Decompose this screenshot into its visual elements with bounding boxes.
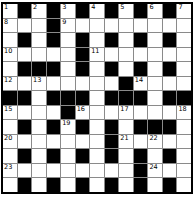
cell-r9c3[interactable] [32, 120, 46, 134]
cell-r12c3[interactable] [32, 164, 46, 178]
block-cell-r13c12 [163, 178, 177, 192]
cell-r10c10[interactable] [134, 135, 148, 149]
block-cell-r8c5 [61, 106, 75, 120]
cell-r2c5[interactable]: 9 [61, 19, 75, 33]
block-cell-r7c12 [163, 91, 177, 105]
cell-r2c11[interactable] [148, 19, 162, 33]
cell-r12c13[interactable] [177, 164, 191, 178]
cell-r7c11[interactable] [148, 91, 162, 105]
cell-r11c3[interactable] [32, 149, 46, 163]
clue-number-11: 11 [91, 48, 99, 55]
block-cell-r11c10 [134, 149, 148, 163]
block-cell-r2c4 [47, 19, 61, 33]
cell-r12c2[interactable] [18, 164, 32, 178]
cell-r3c7[interactable] [90, 33, 104, 47]
block-cell-r11c2 [18, 149, 32, 163]
cell-r12c5[interactable] [61, 164, 75, 178]
clue-number-21: 21 [120, 135, 128, 142]
block-cell-r11c4 [47, 149, 61, 163]
cell-r2c7[interactable] [90, 19, 104, 33]
block-cell-r13c8 [105, 178, 119, 192]
block-cell-r7c13 [177, 91, 191, 105]
cell-r8c10[interactable] [134, 106, 148, 120]
cell-r6c1[interactable]: 12 [3, 77, 17, 91]
clue-number-17: 17 [120, 106, 128, 113]
cell-r12c9[interactable] [119, 164, 133, 178]
cell-r12c11[interactable]: 24 [148, 164, 162, 178]
block-cell-r9c10 [134, 120, 148, 134]
cell-r2c3[interactable] [32, 19, 46, 33]
cell-r3c5[interactable] [61, 33, 75, 47]
block-cell-r3c10 [134, 33, 148, 47]
cell-r11c1[interactable] [3, 149, 17, 163]
cell-r1c7[interactable]: 4 [90, 4, 104, 18]
clue-number-7: 7 [178, 4, 182, 11]
crossword-board: 123456789101112131415161718192021222324 [1, 2, 193, 194]
cell-r2c1[interactable]: 8 [3, 19, 17, 33]
cell-r9c9[interactable] [119, 120, 133, 134]
block-cell-r9c11 [148, 120, 162, 134]
cell-r5c1[interactable] [3, 62, 17, 76]
cell-r11c11[interactable] [148, 149, 162, 163]
cell-r7c3[interactable] [32, 91, 46, 105]
cell-r2c12[interactable] [163, 19, 177, 33]
block-cell-r9c2 [18, 120, 32, 134]
block-cell-r7c6 [76, 91, 90, 105]
cell-r11c13[interactable] [177, 149, 191, 163]
cell-r6c6[interactable] [76, 77, 90, 91]
cell-r9c1[interactable] [3, 120, 17, 134]
block-cell-r6c9 [119, 77, 133, 91]
cell-r12c4[interactable] [47, 164, 61, 178]
block-cell-r1c4 [47, 4, 61, 18]
cell-r4c4[interactable] [47, 48, 61, 62]
cell-r1c1[interactable]: 1 [3, 4, 17, 18]
block-cell-r3c2 [18, 33, 32, 47]
clue-number-19: 19 [62, 120, 70, 127]
cell-r10c6[interactable] [76, 135, 90, 149]
block-cell-r9c12 [163, 120, 177, 134]
cell-r4c12[interactable] [163, 48, 177, 62]
cell-r13c1[interactable] [3, 178, 17, 192]
cell-r8c7[interactable] [90, 106, 104, 120]
cell-r11c7[interactable] [90, 149, 104, 163]
block-cell-r9c4 [47, 120, 61, 134]
cell-r10c9[interactable]: 21 [119, 135, 133, 149]
block-cell-r7c4 [47, 91, 61, 105]
cell-r8c2[interactable] [18, 106, 32, 120]
clue-number-9: 9 [62, 19, 66, 26]
block-cell-r3c6 [76, 33, 90, 47]
cell-r2c6[interactable] [76, 19, 90, 33]
clue-number-13: 13 [33, 77, 41, 84]
cell-r6c4[interactable] [47, 77, 61, 91]
cell-r8c9[interactable]: 17 [119, 106, 133, 120]
cell-r8c4[interactable] [47, 106, 61, 120]
cell-r8c12[interactable] [163, 106, 177, 120]
cell-r10c3[interactable] [32, 135, 46, 149]
clue-number-2: 2 [33, 4, 37, 11]
cell-r11c5[interactable] [61, 149, 75, 163]
clue-number-14: 14 [135, 77, 143, 84]
block-cell-r7c9 [119, 91, 133, 105]
cell-r6c11[interactable] [148, 77, 162, 91]
block-cell-r5c6 [76, 62, 90, 76]
clue-number-16: 16 [77, 106, 85, 113]
cell-r8c8[interactable] [105, 106, 119, 120]
clue-number-15: 15 [4, 106, 12, 113]
cell-r10c12[interactable] [163, 135, 177, 149]
cell-r8c3[interactable] [32, 106, 46, 120]
cell-r10c13[interactable] [177, 135, 191, 149]
cell-r9c7[interactable] [90, 120, 104, 134]
block-cell-r12c10 [134, 164, 148, 178]
cell-r13c3[interactable] [32, 178, 46, 192]
cell-r13c9[interactable] [119, 178, 133, 192]
cell-r10c5[interactable] [61, 135, 75, 149]
cell-r4c9[interactable] [119, 48, 133, 62]
block-cell-r5c4 [47, 62, 61, 76]
cell-r7c7[interactable] [90, 91, 104, 105]
cell-r13c5[interactable] [61, 178, 75, 192]
cell-r2c13[interactable] [177, 19, 191, 33]
block-cell-r1c6 [76, 4, 90, 18]
cell-r13c13[interactable] [177, 178, 191, 192]
cell-r12c6[interactable] [76, 164, 90, 178]
cell-r11c9[interactable] [119, 149, 133, 163]
cell-r10c1[interactable]: 20 [3, 135, 17, 149]
cell-r1c13[interactable]: 7 [177, 4, 191, 18]
cell-r6c3[interactable]: 13 [32, 77, 46, 91]
cell-r13c11[interactable] [148, 178, 162, 192]
cell-r1c9[interactable]: 5 [119, 4, 133, 18]
block-cell-r7c2 [18, 91, 32, 105]
block-cell-r7c10 [134, 91, 148, 105]
block-cell-r7c8 [105, 91, 119, 105]
cell-r1c3[interactable]: 2 [32, 4, 46, 18]
block-cell-r13c10 [134, 178, 148, 192]
cell-r10c2[interactable] [18, 135, 32, 149]
cell-r12c7[interactable] [90, 164, 104, 178]
cell-r3c11[interactable] [148, 33, 162, 47]
clue-number-12: 12 [4, 77, 12, 84]
cell-r12c8[interactable] [105, 164, 119, 178]
block-cell-r9c6 [76, 120, 90, 134]
clue-number-4: 4 [91, 4, 95, 11]
cell-r6c12[interactable] [163, 77, 177, 91]
block-cell-r1c8 [105, 4, 119, 18]
cell-r4c3[interactable] [32, 48, 46, 62]
cell-r5c11[interactable] [148, 62, 162, 76]
cell-r1c11[interactable]: 6 [148, 4, 162, 18]
cell-r3c3[interactable] [32, 33, 46, 47]
block-cell-r10c8 [105, 135, 119, 149]
cell-r4c5[interactable] [61, 48, 75, 62]
cell-r2c10[interactable] [134, 19, 148, 33]
cell-r1c5[interactable]: 3 [61, 4, 75, 18]
block-cell-r11c8 [105, 149, 119, 163]
clue-number-10: 10 [4, 48, 12, 55]
cell-r10c11[interactable]: 22 [148, 135, 162, 149]
cell-r6c10[interactable]: 14 [134, 77, 148, 91]
cell-r5c7[interactable] [90, 62, 104, 76]
clue-number-23: 23 [4, 164, 12, 171]
cell-r13c7[interactable] [90, 178, 104, 192]
block-cell-r3c8 [105, 33, 119, 47]
block-cell-r3c4 [47, 33, 61, 47]
cell-r4c10[interactable] [134, 48, 148, 62]
cell-r5c9[interactable] [119, 62, 133, 76]
cell-r5c13[interactable] [177, 62, 191, 76]
cell-r4c13[interactable] [177, 48, 191, 62]
clue-number-6: 6 [149, 4, 153, 11]
block-cell-r1c10 [134, 4, 148, 18]
block-cell-r13c4 [47, 178, 61, 192]
block-cell-r5c2 [18, 62, 32, 76]
cell-r4c11[interactable] [148, 48, 162, 62]
cell-r8c6[interactable]: 16 [76, 106, 90, 120]
block-cell-r13c2 [18, 178, 32, 192]
cell-r12c12[interactable] [163, 164, 177, 178]
block-cell-r7c5 [61, 91, 75, 105]
cell-r2c2[interactable] [18, 19, 32, 33]
block-cell-r11c6 [76, 149, 90, 163]
block-cell-r5c10 [134, 62, 148, 76]
clue-number-8: 8 [4, 19, 8, 26]
block-cell-r13c6 [76, 178, 90, 192]
cell-r3c13[interactable] [177, 33, 191, 47]
cell-r2c8[interactable] [105, 19, 119, 33]
cell-r2c9[interactable] [119, 19, 133, 33]
clue-number-22: 22 [149, 135, 157, 142]
block-cell-r1c12 [163, 4, 177, 18]
cell-r10c7[interactable] [90, 135, 104, 149]
block-cell-r11c12 [163, 149, 177, 163]
clue-number-1: 1 [4, 4, 8, 11]
cell-r12c1[interactable]: 23 [3, 164, 17, 178]
cell-r6c2[interactable] [18, 77, 32, 91]
cell-r9c13[interactable] [177, 120, 191, 134]
block-cell-r5c12 [163, 62, 177, 76]
clue-number-20: 20 [4, 135, 12, 142]
clue-number-24: 24 [149, 164, 157, 171]
cell-r3c9[interactable] [119, 33, 133, 47]
cell-r4c1[interactable]: 10 [3, 48, 17, 62]
cell-r8c11[interactable] [148, 106, 162, 120]
cell-r3c1[interactable] [3, 33, 17, 47]
cell-r6c13[interactable] [177, 77, 191, 91]
block-cell-r4c6 [76, 48, 90, 62]
clue-number-18: 18 [178, 106, 186, 113]
cell-r8c13[interactable]: 18 [177, 106, 191, 120]
block-cell-r5c8 [105, 62, 119, 76]
cell-r4c2[interactable] [18, 48, 32, 62]
cell-r6c5[interactable] [61, 77, 75, 91]
cell-r6c8[interactable] [105, 77, 119, 91]
block-cell-r9c8 [105, 120, 119, 134]
block-cell-r1c2 [18, 4, 32, 18]
cell-r4c7[interactable]: 11 [90, 48, 104, 62]
clue-number-3: 3 [62, 4, 66, 11]
block-cell-r3c12 [163, 33, 177, 47]
cell-r9c5[interactable]: 19 [61, 120, 75, 134]
cell-r4c8[interactable] [105, 48, 119, 62]
block-cell-r5c3 [32, 62, 46, 76]
cell-r8c1[interactable]: 15 [3, 106, 17, 120]
cell-r5c5[interactable] [61, 62, 75, 76]
clue-number-5: 5 [120, 4, 124, 11]
cell-r10c4[interactable] [47, 135, 61, 149]
block-cell-r7c1 [3, 91, 17, 105]
cell-r6c7[interactable] [90, 77, 104, 91]
